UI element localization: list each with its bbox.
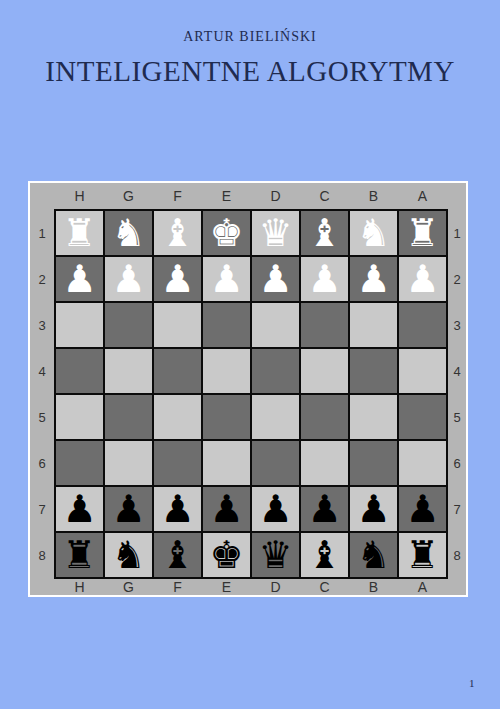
square-h3 [56, 303, 103, 347]
rank-label-1-right: 1 [448, 211, 466, 255]
white-pawn: ♟ [356, 257, 390, 301]
square-h5 [56, 395, 103, 439]
black-rook: ♜ [62, 533, 96, 577]
page-number: 1 [469, 677, 475, 689]
page-title: INTELIGENTNE ALGORYTMY [0, 55, 500, 88]
black-pawn: ♟ [356, 487, 390, 531]
square-g5 [105, 395, 152, 439]
square-d2: ♟ [252, 257, 299, 301]
rank-label-2-left: 2 [30, 257, 54, 301]
square-h4 [56, 349, 103, 393]
black-bishop: ♝ [160, 533, 194, 577]
white-pawn: ♟ [209, 257, 243, 301]
black-pawn: ♟ [258, 487, 292, 531]
square-f7: ♟ [154, 487, 201, 531]
file-label-a-bottom: A [399, 579, 446, 595]
white-pawn: ♟ [111, 257, 145, 301]
square-f6 [154, 441, 201, 485]
square-b8: ♞ [350, 533, 397, 577]
square-h1: ♜ [56, 211, 103, 255]
square-d1: ♛ [252, 211, 299, 255]
rank-label-7-left: 7 [30, 487, 54, 531]
square-d5 [252, 395, 299, 439]
white-bishop: ♝ [307, 211, 341, 255]
square-f8: ♝ [154, 533, 201, 577]
square-b6 [350, 441, 397, 485]
square-b4 [350, 349, 397, 393]
file-label-f-top: F [154, 183, 201, 209]
file-labels-top: HGFEDCBA [54, 183, 448, 209]
rank-label-8-left: 8 [30, 533, 54, 577]
square-e4 [203, 349, 250, 393]
rank-label-5-left: 5 [30, 395, 54, 439]
square-a6 [399, 441, 446, 485]
chess-board: ♜♞♝♚♛♝♞♜♟♟♟♟♟♟♟♟♟♟♟♟♟♟♟♟♜♞♝♚♛♝♞♜ [54, 209, 448, 579]
file-label-h-bottom: H [56, 579, 103, 595]
square-d3 [252, 303, 299, 347]
rank-label-3-right: 3 [448, 303, 466, 347]
square-e2: ♟ [203, 257, 250, 301]
square-c3 [301, 303, 348, 347]
black-knight: ♞ [356, 533, 390, 577]
black-pawn: ♟ [111, 487, 145, 531]
square-d8: ♛ [252, 533, 299, 577]
author-name: ARTUR BIELIŃSKI [0, 29, 500, 45]
white-knight: ♞ [356, 211, 390, 255]
square-g1: ♞ [105, 211, 152, 255]
black-king: ♚ [209, 533, 243, 577]
square-c2: ♟ [301, 257, 348, 301]
white-pawn: ♟ [160, 257, 194, 301]
file-label-g-top: G [105, 183, 152, 209]
file-label-g-bottom: G [105, 579, 152, 595]
book-page: { "page": { "background": "#91b1f6", "nu… [0, 0, 500, 709]
file-label-c-bottom: C [301, 579, 348, 595]
square-f1: ♝ [154, 211, 201, 255]
white-rook: ♜ [405, 211, 439, 255]
square-h6 [56, 441, 103, 485]
square-d6 [252, 441, 299, 485]
square-c8: ♝ [301, 533, 348, 577]
black-queen: ♛ [258, 533, 292, 577]
file-label-a-top: A [399, 183, 446, 209]
rank-label-4-right: 4 [448, 349, 466, 393]
white-pawn: ♟ [62, 257, 96, 301]
square-h8: ♜ [56, 533, 103, 577]
rank-label-8-right: 8 [448, 533, 466, 577]
file-label-d-top: D [252, 183, 299, 209]
black-pawn: ♟ [209, 487, 243, 531]
white-bishop: ♝ [160, 211, 194, 255]
square-e3 [203, 303, 250, 347]
white-queen: ♛ [258, 211, 292, 255]
square-a1: ♜ [399, 211, 446, 255]
black-knight: ♞ [111, 533, 145, 577]
white-pawn: ♟ [405, 257, 439, 301]
black-rook: ♜ [405, 533, 439, 577]
black-pawn: ♟ [307, 487, 341, 531]
rank-label-6-left: 6 [30, 441, 54, 485]
square-g4 [105, 349, 152, 393]
rank-label-4-left: 4 [30, 349, 54, 393]
white-rook: ♜ [62, 211, 96, 255]
file-label-f-bottom: F [154, 579, 201, 595]
square-g3 [105, 303, 152, 347]
square-g7: ♟ [105, 487, 152, 531]
square-e6 [203, 441, 250, 485]
chess-board-frame: HGFEDCBA 12345678 ♜♞♝♚♛♝♞♜♟♟♟♟♟♟♟♟♟♟♟♟♟♟… [28, 181, 468, 597]
black-pawn: ♟ [62, 487, 96, 531]
square-b2: ♟ [350, 257, 397, 301]
black-pawn: ♟ [405, 487, 439, 531]
square-d4 [252, 349, 299, 393]
file-label-b-top: B [350, 183, 397, 209]
square-a5 [399, 395, 446, 439]
white-pawn: ♟ [307, 257, 341, 301]
square-g6 [105, 441, 152, 485]
square-b7: ♟ [350, 487, 397, 531]
square-f5 [154, 395, 201, 439]
square-g2: ♟ [105, 257, 152, 301]
file-labels-bottom: HGFEDCBA [54, 579, 448, 595]
white-king: ♚ [209, 211, 243, 255]
rank-label-7-right: 7 [448, 487, 466, 531]
square-b1: ♞ [350, 211, 397, 255]
white-knight: ♞ [111, 211, 145, 255]
square-a4 [399, 349, 446, 393]
square-h7: ♟ [56, 487, 103, 531]
file-label-c-top: C [301, 183, 348, 209]
square-b3 [350, 303, 397, 347]
black-bishop: ♝ [307, 533, 341, 577]
square-b5 [350, 395, 397, 439]
square-f2: ♟ [154, 257, 201, 301]
white-pawn: ♟ [258, 257, 292, 301]
square-d7: ♟ [252, 487, 299, 531]
square-c6 [301, 441, 348, 485]
square-e5 [203, 395, 250, 439]
file-label-b-bottom: B [350, 579, 397, 595]
square-e7: ♟ [203, 487, 250, 531]
square-a3 [399, 303, 446, 347]
square-c5 [301, 395, 348, 439]
square-g8: ♞ [105, 533, 152, 577]
square-h2: ♟ [56, 257, 103, 301]
file-label-d-bottom: D [252, 579, 299, 595]
rank-labels-right: 12345678 [448, 209, 466, 579]
black-pawn: ♟ [160, 487, 194, 531]
square-c1: ♝ [301, 211, 348, 255]
rank-label-1-left: 1 [30, 211, 54, 255]
rank-label-6-right: 6 [448, 441, 466, 485]
file-label-h-top: H [56, 183, 103, 209]
square-a7: ♟ [399, 487, 446, 531]
square-e8: ♚ [203, 533, 250, 577]
square-f4 [154, 349, 201, 393]
rank-labels-left: 12345678 [30, 209, 54, 579]
square-c4 [301, 349, 348, 393]
square-a2: ♟ [399, 257, 446, 301]
square-e1: ♚ [203, 211, 250, 255]
file-label-e-top: E [203, 183, 250, 209]
rank-label-2-right: 2 [448, 257, 466, 301]
square-c7: ♟ [301, 487, 348, 531]
file-label-e-bottom: E [203, 579, 250, 595]
rank-label-3-left: 3 [30, 303, 54, 347]
rank-label-5-right: 5 [448, 395, 466, 439]
square-a8: ♜ [399, 533, 446, 577]
square-f3 [154, 303, 201, 347]
